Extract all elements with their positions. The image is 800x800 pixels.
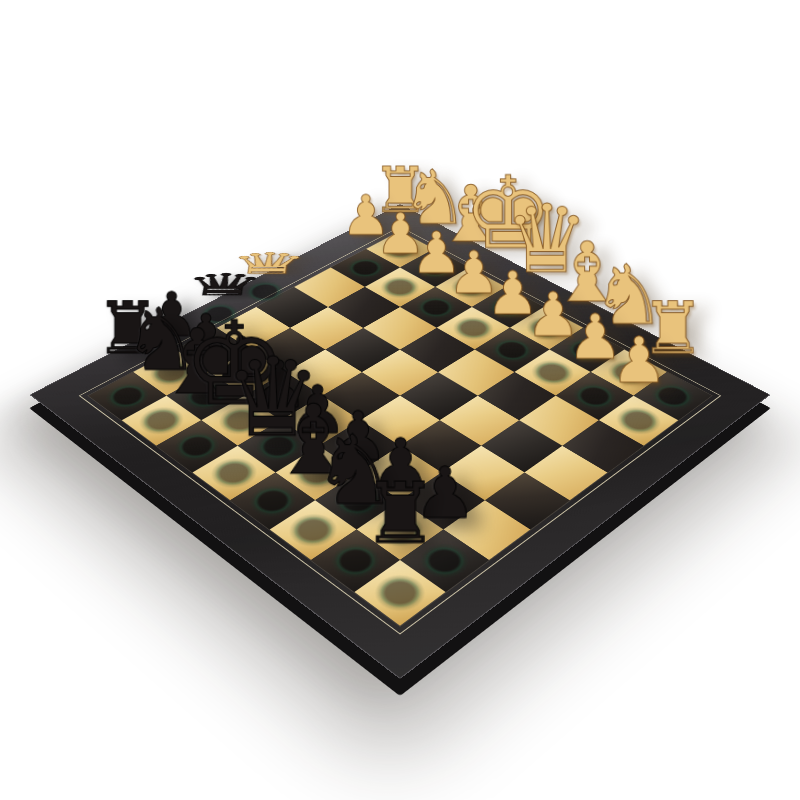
queen-glyph: ♛ bbox=[148, 270, 298, 300]
piece-glyph-stack: ♜♜ bbox=[306, 471, 493, 592]
rook-glyph: ♜ bbox=[306, 471, 493, 555]
chess-board: ♜♜♞♞♝♝♚♚♛♛♝♝♞♞♜♜♟♟♟♟♟♟♟♟♟♟♟♟♟♟♟♟♟♟♟♟♟♟♟♟… bbox=[29, 204, 770, 679]
board-border: ♜♜♞♞♝♝♚♚♛♛♝♝♞♞♜♜♟♟♟♟♟♟♟♟♟♟♟♟♟♟♟♟♟♟♟♟♟♟♟♟… bbox=[29, 204, 770, 679]
product-scene: ♜♜♞♞♝♝♚♚♛♛♝♝♞♞♜♜♟♟♟♟♟♟♟♟♟♟♟♟♟♟♟♟♟♟♟♟♟♟♟♟… bbox=[0, 0, 800, 800]
piece-reflection: ♟ bbox=[557, 390, 721, 420]
piece-glyph-stack: ♟♟ bbox=[557, 329, 721, 420]
pawn-glyph: ♟ bbox=[557, 329, 721, 392]
